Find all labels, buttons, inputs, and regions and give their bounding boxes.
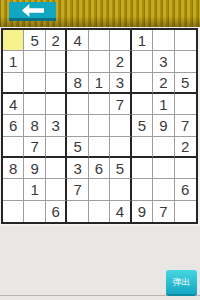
cell-r2c3[interactable]	[46, 51, 67, 72]
cell-r3c5[interactable]: 1	[89, 73, 110, 94]
cell-r8c2[interactable]: 1	[24, 179, 45, 200]
cell-r4c2[interactable]	[24, 94, 45, 115]
app-screen: 524112381325471683597752893651766497 弹出	[0, 0, 200, 300]
popup-button[interactable]: 弹出	[166, 270, 197, 296]
back-arrow-icon	[22, 4, 44, 17]
cell-r4c9[interactable]	[175, 94, 196, 115]
cell-r5c2[interactable]: 8	[24, 115, 45, 136]
cell-r4c1[interactable]: 4	[3, 94, 24, 115]
cell-r3c4[interactable]: 8	[67, 73, 88, 94]
cell-r1c6[interactable]	[110, 30, 131, 51]
cell-r4c7[interactable]	[132, 94, 153, 115]
cell-r5c4[interactable]	[67, 115, 88, 136]
cell-r7c3[interactable]	[46, 158, 67, 179]
cell-r3c1[interactable]	[3, 73, 24, 94]
cell-r9c6[interactable]: 4	[110, 201, 131, 222]
cell-r5c7[interactable]: 5	[132, 115, 153, 136]
cell-r5c5[interactable]	[89, 115, 110, 136]
cell-r7c7[interactable]	[132, 158, 153, 179]
cell-r5c8[interactable]: 9	[153, 115, 174, 136]
sudoku-board: 524112381325471683597752893651766497	[1, 28, 198, 224]
cell-r3c3[interactable]	[46, 73, 67, 94]
cell-r9c3[interactable]: 6	[46, 201, 67, 222]
cell-r1c2[interactable]: 5	[24, 30, 45, 51]
cell-r5c9[interactable]: 7	[175, 115, 196, 136]
cell-r5c3[interactable]: 3	[46, 115, 67, 136]
cell-r9c9[interactable]	[175, 201, 196, 222]
cell-r1c4[interactable]: 4	[67, 30, 88, 51]
cell-r3c8[interactable]: 2	[153, 73, 174, 94]
back-button[interactable]	[9, 2, 56, 21]
cell-r6c3[interactable]	[46, 137, 67, 158]
cell-r7c2[interactable]: 9	[24, 158, 45, 179]
cell-r4c8[interactable]: 1	[153, 94, 174, 115]
cell-r3c9[interactable]: 5	[175, 73, 196, 94]
cell-r2c6[interactable]: 2	[110, 51, 131, 72]
cell-r8c8[interactable]	[153, 179, 174, 200]
cell-r8c4[interactable]: 7	[67, 179, 88, 200]
cell-r6c7[interactable]	[132, 137, 153, 158]
cell-r8c6[interactable]	[110, 179, 131, 200]
cell-r3c6[interactable]: 3	[110, 73, 131, 94]
cell-r4c3[interactable]	[46, 94, 67, 115]
cell-r2c7[interactable]	[132, 51, 153, 72]
cell-r9c1[interactable]	[3, 201, 24, 222]
cell-r2c2[interactable]	[24, 51, 45, 72]
cell-r9c7[interactable]: 9	[132, 201, 153, 222]
bottom-panel: 弹出	[0, 226, 200, 300]
top-bar	[0, 0, 200, 27]
cell-r8c7[interactable]	[132, 179, 153, 200]
cell-r6c4[interactable]: 5	[67, 137, 88, 158]
cell-r9c4[interactable]	[67, 201, 88, 222]
cell-r6c1[interactable]	[3, 137, 24, 158]
cell-r8c5[interactable]	[89, 179, 110, 200]
cell-r7c6[interactable]: 5	[110, 158, 131, 179]
cell-r7c4[interactable]: 3	[67, 158, 88, 179]
cell-r8c9[interactable]: 6	[175, 179, 196, 200]
cell-r2c1[interactable]: 1	[3, 51, 24, 72]
cell-r6c2[interactable]: 7	[24, 137, 45, 158]
cell-r5c1[interactable]: 6	[3, 115, 24, 136]
cell-r9c2[interactable]	[24, 201, 45, 222]
cell-r2c5[interactable]	[89, 51, 110, 72]
cell-r2c4[interactable]	[67, 51, 88, 72]
cell-r7c8[interactable]	[153, 158, 174, 179]
cell-r2c8[interactable]: 3	[153, 51, 174, 72]
cell-r6c6[interactable]	[110, 137, 131, 158]
cell-r1c8[interactable]	[153, 30, 174, 51]
cell-r7c1[interactable]: 8	[3, 158, 24, 179]
cell-r9c8[interactable]: 7	[153, 201, 174, 222]
cell-r6c8[interactable]	[153, 137, 174, 158]
cell-r7c9[interactable]	[175, 158, 196, 179]
cell-r1c3[interactable]: 2	[46, 30, 67, 51]
cell-r4c5[interactable]	[89, 94, 110, 115]
cell-r7c5[interactable]: 6	[89, 158, 110, 179]
board-area: 524112381325471683597752893651766497	[0, 27, 200, 226]
cell-r8c3[interactable]	[46, 179, 67, 200]
cell-r1c1[interactable]	[3, 30, 24, 51]
cell-r6c9[interactable]: 2	[175, 137, 196, 158]
cell-r1c5[interactable]	[89, 30, 110, 51]
cell-r4c6[interactable]: 7	[110, 94, 131, 115]
cell-r2c9[interactable]	[175, 51, 196, 72]
cell-r1c7[interactable]: 1	[132, 30, 153, 51]
cell-r5c6[interactable]	[110, 115, 131, 136]
cell-r4c4[interactable]	[67, 94, 88, 115]
cell-r3c7[interactable]	[132, 73, 153, 94]
cell-r9c5[interactable]	[89, 201, 110, 222]
cell-r1c9[interactable]	[175, 30, 196, 51]
cell-r3c2[interactable]	[24, 73, 45, 94]
cell-r6c5[interactable]	[89, 137, 110, 158]
cell-r8c1[interactable]	[3, 179, 24, 200]
